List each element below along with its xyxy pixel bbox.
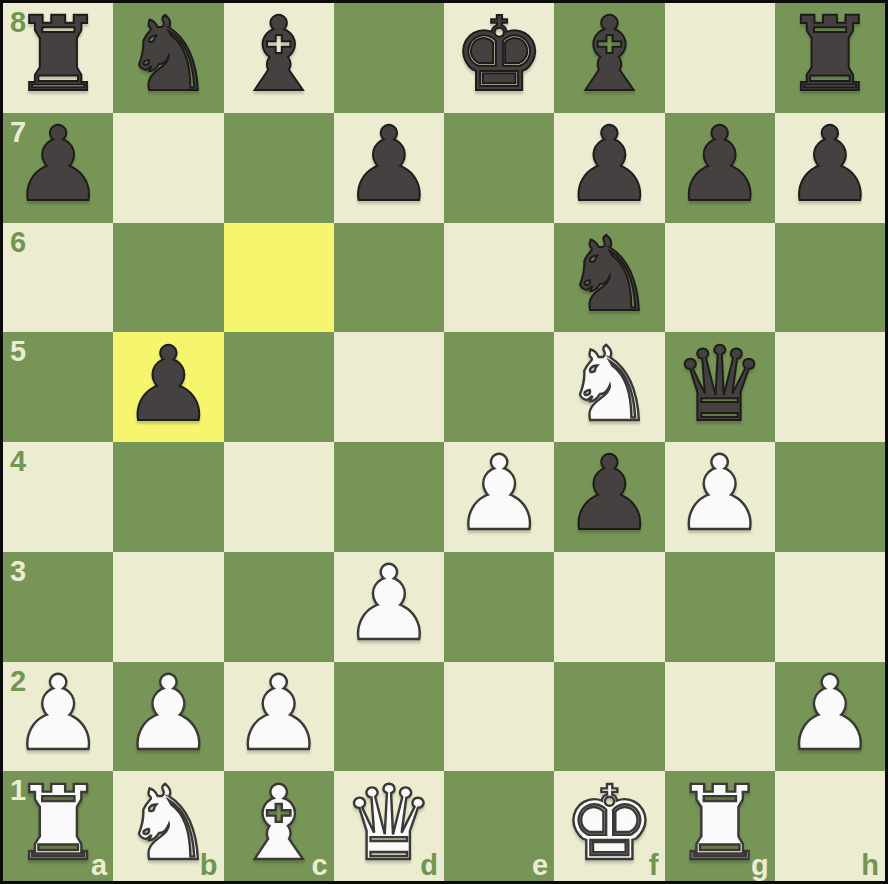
square-e5[interactable]	[444, 332, 554, 442]
piece-black-queen-g5[interactable]: ♛	[673, 333, 765, 436]
piece-white-pawn-c2[interactable]: ♟	[232, 662, 324, 765]
square-b7[interactable]	[113, 113, 223, 223]
square-e4[interactable]: ♟	[444, 442, 554, 552]
piece-white-pawn-e4[interactable]: ♟	[453, 442, 545, 545]
square-g6[interactable]	[665, 223, 775, 333]
square-f4[interactable]: ♟	[554, 442, 664, 552]
square-b1[interactable]: b♞	[113, 771, 223, 881]
square-g1[interactable]: g♜	[665, 771, 775, 881]
piece-white-pawn-d3[interactable]: ♟	[343, 552, 435, 655]
piece-white-pawn-h2[interactable]: ♟	[784, 662, 876, 765]
square-b8[interactable]: ♞	[113, 3, 223, 113]
square-e1[interactable]: e	[444, 771, 554, 881]
rank-label-5: 5	[10, 337, 26, 366]
piece-black-knight-f6[interactable]: ♞	[563, 223, 655, 326]
piece-white-pawn-g4[interactable]: ♟	[673, 442, 765, 545]
piece-white-knight-f5[interactable]: ♞	[563, 333, 655, 436]
square-a2[interactable]: 2♟	[3, 662, 113, 772]
piece-white-pawn-b2[interactable]: ♟	[122, 662, 214, 765]
square-d7[interactable]: ♟	[334, 113, 444, 223]
file-label-e: e	[532, 851, 548, 880]
square-h7[interactable]: ♟	[775, 113, 885, 223]
square-h5[interactable]	[775, 332, 885, 442]
square-b2[interactable]: ♟	[113, 662, 223, 772]
piece-black-rook-h8[interactable]: ♜	[784, 3, 876, 106]
square-f5[interactable]: ♞	[554, 332, 664, 442]
square-d3[interactable]: ♟	[334, 552, 444, 662]
square-d4[interactable]	[334, 442, 444, 552]
piece-black-pawn-f7[interactable]: ♟	[563, 113, 655, 216]
piece-black-rook-a8[interactable]: ♜	[12, 3, 104, 106]
square-c2[interactable]: ♟	[224, 662, 334, 772]
piece-black-bishop-c8[interactable]: ♝	[232, 3, 324, 106]
piece-black-pawn-f4[interactable]: ♟	[563, 442, 655, 545]
square-e8[interactable]: ♚	[444, 3, 554, 113]
piece-black-king-e8[interactable]: ♚	[453, 3, 545, 106]
square-d2[interactable]	[334, 662, 444, 772]
square-c6[interactable]	[224, 223, 334, 333]
file-label-h: h	[861, 851, 879, 880]
square-a4[interactable]: 4	[3, 442, 113, 552]
square-e3[interactable]	[444, 552, 554, 662]
piece-black-pawn-h7[interactable]: ♟	[784, 113, 876, 216]
square-g2[interactable]	[665, 662, 775, 772]
rank-label-3: 3	[10, 557, 26, 586]
square-a6[interactable]: 6	[3, 223, 113, 333]
piece-white-rook-a1[interactable]: ♜	[12, 772, 104, 875]
square-a1[interactable]: 1a♜	[3, 771, 113, 881]
square-c1[interactable]: c♝	[224, 771, 334, 881]
square-h4[interactable]	[775, 442, 885, 552]
piece-black-pawn-a7[interactable]: ♟	[12, 113, 104, 216]
piece-black-pawn-b5[interactable]: ♟	[122, 333, 214, 436]
square-a3[interactable]: 3	[3, 552, 113, 662]
square-h2[interactable]: ♟	[775, 662, 885, 772]
piece-white-bishop-c1[interactable]: ♝	[232, 772, 324, 875]
square-g3[interactable]	[665, 552, 775, 662]
square-a5[interactable]: 5	[3, 332, 113, 442]
piece-black-bishop-f8[interactable]: ♝	[563, 3, 655, 106]
square-a7[interactable]: 7♟	[3, 113, 113, 223]
square-g4[interactable]: ♟	[665, 442, 775, 552]
square-c5[interactable]	[224, 332, 334, 442]
square-h8[interactable]: ♜	[775, 3, 885, 113]
square-f3[interactable]	[554, 552, 664, 662]
piece-white-king-f1[interactable]: ♚	[563, 772, 655, 875]
piece-white-pawn-a2[interactable]: ♟	[12, 662, 104, 765]
square-d6[interactable]	[334, 223, 444, 333]
piece-white-knight-b1[interactable]: ♞	[122, 772, 214, 875]
rank-label-6: 6	[10, 228, 26, 257]
square-f1[interactable]: f♚	[554, 771, 664, 881]
square-b4[interactable]	[113, 442, 223, 552]
piece-white-queen-d1[interactable]: ♛	[343, 772, 435, 875]
square-g5[interactable]: ♛	[665, 332, 775, 442]
square-c3[interactable]	[224, 552, 334, 662]
square-b5[interactable]: ♟	[113, 332, 223, 442]
square-d8[interactable]	[334, 3, 444, 113]
square-h6[interactable]	[775, 223, 885, 333]
square-d5[interactable]	[334, 332, 444, 442]
square-g8[interactable]	[665, 3, 775, 113]
square-f2[interactable]	[554, 662, 664, 772]
square-c7[interactable]	[224, 113, 334, 223]
square-e7[interactable]	[444, 113, 554, 223]
square-b6[interactable]	[113, 223, 223, 333]
piece-white-rook-g1[interactable]: ♜	[673, 772, 765, 875]
square-f6[interactable]: ♞	[554, 223, 664, 333]
square-b3[interactable]	[113, 552, 223, 662]
square-a8[interactable]: 8♜	[3, 3, 113, 113]
square-h1[interactable]: h	[775, 771, 885, 881]
chess-board: 8♜♞♝♚♝♜7♟♟♟♟♟6♞5♟♞♛4♟♟♟3♟2♟♟♟♟1a♜b♞c♝d♛e…	[0, 0, 888, 884]
square-f7[interactable]: ♟	[554, 113, 664, 223]
square-g7[interactable]: ♟	[665, 113, 775, 223]
piece-black-pawn-g7[interactable]: ♟	[673, 113, 765, 216]
piece-black-pawn-d7[interactable]: ♟	[343, 113, 435, 216]
square-h3[interactable]	[775, 552, 885, 662]
square-c4[interactable]	[224, 442, 334, 552]
square-c8[interactable]: ♝	[224, 3, 334, 113]
square-e6[interactable]	[444, 223, 554, 333]
piece-black-knight-b8[interactable]: ♞	[122, 3, 214, 106]
square-f8[interactable]: ♝	[554, 3, 664, 113]
rank-label-4: 4	[10, 447, 26, 476]
square-d1[interactable]: d♛	[334, 771, 444, 881]
square-e2[interactable]	[444, 662, 554, 772]
